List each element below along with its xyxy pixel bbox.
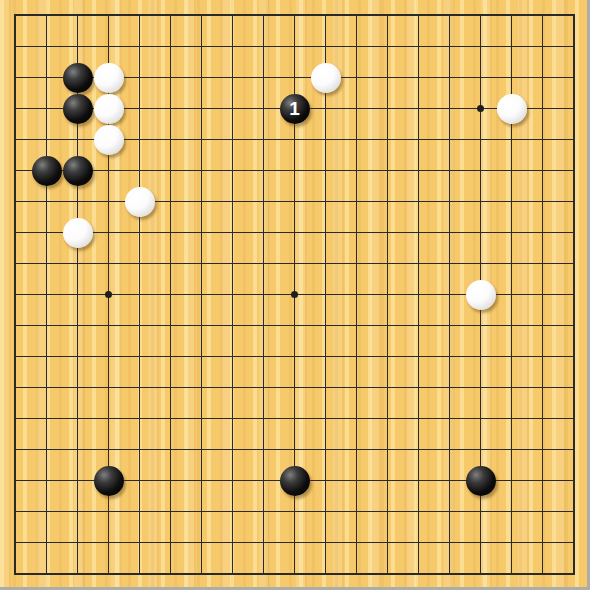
white-stone <box>466 280 496 310</box>
white-stone <box>125 187 155 217</box>
go-board: 1 <box>0 0 590 590</box>
star-point <box>477 105 484 112</box>
white-stone <box>94 63 124 93</box>
white-stone <box>311 63 341 93</box>
black-stone <box>63 156 93 186</box>
white-stone <box>94 125 124 155</box>
black-stone <box>63 63 93 93</box>
black-stone <box>280 466 310 496</box>
board-surface[interactable]: 1 <box>0 0 589 589</box>
white-stone <box>497 94 527 124</box>
black-stone <box>32 156 62 186</box>
black-stone <box>466 466 496 496</box>
black-stone: 1 <box>280 94 310 124</box>
star-point <box>105 291 112 298</box>
move-number-label: 1 <box>289 99 300 118</box>
white-stone <box>94 94 124 124</box>
star-point <box>291 291 298 298</box>
black-stone <box>94 466 124 496</box>
black-stone <box>63 94 93 124</box>
white-stone <box>63 218 93 248</box>
